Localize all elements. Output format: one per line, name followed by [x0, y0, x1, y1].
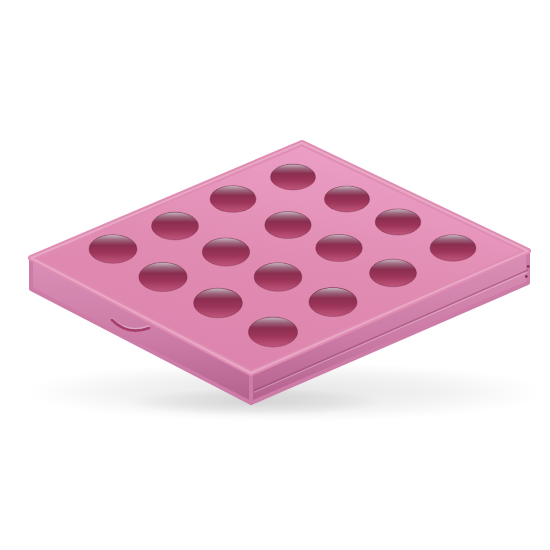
board-hole-r2c3 [309, 288, 357, 317]
pink-tray-render [0, 0, 550, 550]
product-photo [0, 0, 550, 550]
board-hole-r1c2 [316, 234, 363, 261]
board-hole-r2c0 [152, 212, 199, 240]
board-hole-r3c0 [89, 235, 137, 264]
board-hole-r2c2 [254, 263, 302, 292]
board-hole-r3c3 [248, 317, 297, 347]
board-hole-r1c0 [210, 186, 256, 213]
board-hole-r0c1 [324, 186, 369, 212]
board-hole-r0c3 [430, 235, 476, 261]
board-hole-r1c3 [370, 259, 417, 287]
board-hole-r3c2 [194, 288, 243, 318]
board-hole-r1c1 [265, 212, 311, 239]
board-hole-r0c0 [271, 164, 316, 190]
board-hole-r0c2 [375, 209, 421, 235]
board-hole-r2c1 [202, 238, 249, 266]
board-hole-r3c1 [139, 262, 187, 291]
